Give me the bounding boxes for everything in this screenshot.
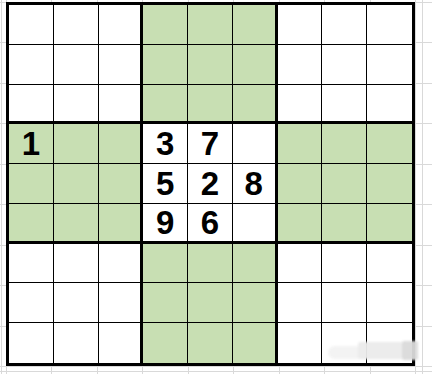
cell-r8c1[interactable] xyxy=(9,283,54,323)
cell-r1c7[interactable] xyxy=(278,5,323,45)
cell-r1c8[interactable] xyxy=(322,5,367,45)
cell-r2c1[interactable] xyxy=(9,45,54,85)
cell-r5c9[interactable] xyxy=(367,164,412,204)
cell-r2c2[interactable] xyxy=(54,45,99,85)
cell-r4c4[interactable]: 3 xyxy=(143,124,188,164)
faint-gridline-h xyxy=(0,366,432,367)
cell-r2c5[interactable] xyxy=(188,45,233,85)
cell-r9c6[interactable] xyxy=(233,323,278,363)
watermark-blob-right xyxy=(402,341,418,360)
cell-r9c1[interactable] xyxy=(9,323,54,363)
cell-r2c9[interactable] xyxy=(367,45,412,85)
cell-r2c6[interactable] xyxy=(233,45,278,85)
sudoku-board: 13752896 xyxy=(6,2,415,366)
cell-r8c5[interactable] xyxy=(188,283,233,323)
cell-r8c3[interactable] xyxy=(99,283,144,323)
cell-r7c1[interactable] xyxy=(9,244,54,284)
cell-r3c7[interactable] xyxy=(278,85,323,125)
cell-r1c1[interactable] xyxy=(9,5,54,45)
faint-gridline-h xyxy=(0,371,432,372)
cell-r7c7[interactable] xyxy=(278,244,323,284)
watermark-smudge xyxy=(328,340,418,362)
cell-r4c5[interactable]: 7 xyxy=(188,124,233,164)
cell-r4c6[interactable] xyxy=(233,124,278,164)
cell-r8c8[interactable] xyxy=(322,283,367,323)
cell-r7c2[interactable] xyxy=(54,244,99,284)
cell-r8c7[interactable] xyxy=(278,283,323,323)
cell-r2c8[interactable] xyxy=(322,45,367,85)
cell-r5c8[interactable] xyxy=(322,164,367,204)
cell-r4c2[interactable] xyxy=(54,124,99,164)
cell-r5c7[interactable] xyxy=(278,164,323,204)
cell-r8c6[interactable] xyxy=(233,283,278,323)
cell-r3c2[interactable] xyxy=(54,85,99,125)
cell-r3c9[interactable] xyxy=(367,85,412,125)
watermark-blob-middle xyxy=(358,342,408,359)
cell-r5c2[interactable] xyxy=(54,164,99,204)
cell-r6c7[interactable] xyxy=(278,204,323,244)
cell-r9c7[interactable] xyxy=(278,323,323,363)
cell-r9c5[interactable] xyxy=(188,323,233,363)
faint-gridline-v xyxy=(422,0,423,374)
cell-r7c9[interactable] xyxy=(367,244,412,284)
cell-r3c3[interactable] xyxy=(99,85,144,125)
cell-r6c9[interactable] xyxy=(367,204,412,244)
cell-r9c2[interactable] xyxy=(54,323,99,363)
cell-r6c6[interactable] xyxy=(233,204,278,244)
faint-gridline-v xyxy=(415,0,416,374)
cell-r8c9[interactable] xyxy=(367,283,412,323)
cell-r7c4[interactable] xyxy=(143,244,188,284)
cell-r9c3[interactable] xyxy=(99,323,144,363)
cell-r7c8[interactable] xyxy=(322,244,367,284)
faint-gridline-v xyxy=(1,0,2,374)
cell-r1c2[interactable] xyxy=(54,5,99,45)
cell-r3c6[interactable] xyxy=(233,85,278,125)
cell-r1c9[interactable] xyxy=(367,5,412,45)
sudoku-screenshot: 13752896 xyxy=(0,0,432,374)
cell-r6c2[interactable] xyxy=(54,204,99,244)
cell-r3c5[interactable] xyxy=(188,85,233,125)
cell-r5c6[interactable]: 8 xyxy=(233,164,278,204)
cell-r7c3[interactable] xyxy=(99,244,144,284)
cell-r6c4[interactable]: 9 xyxy=(143,204,188,244)
cell-r8c4[interactable] xyxy=(143,283,188,323)
cell-r4c8[interactable] xyxy=(322,124,367,164)
cell-r6c5[interactable]: 6 xyxy=(188,204,233,244)
cell-r8c2[interactable] xyxy=(54,283,99,323)
cell-r4c3[interactable] xyxy=(99,124,144,164)
cell-r1c5[interactable] xyxy=(188,5,233,45)
cell-r2c7[interactable] xyxy=(278,45,323,85)
cell-r7c6[interactable] xyxy=(233,244,278,284)
cell-r2c3[interactable] xyxy=(99,45,144,85)
cell-r1c4[interactable] xyxy=(143,5,188,45)
cell-r9c4[interactable] xyxy=(143,323,188,363)
cell-r5c1[interactable] xyxy=(9,164,54,204)
cell-r5c4[interactable]: 5 xyxy=(143,164,188,204)
cell-r6c3[interactable] xyxy=(99,204,144,244)
cell-r1c3[interactable] xyxy=(99,5,144,45)
cell-r5c3[interactable] xyxy=(99,164,144,204)
cell-r4c1[interactable]: 1 xyxy=(9,124,54,164)
cell-r6c1[interactable] xyxy=(9,204,54,244)
cell-r5c5[interactable]: 2 xyxy=(188,164,233,204)
cell-r3c1[interactable] xyxy=(9,85,54,125)
cell-r7c5[interactable] xyxy=(188,244,233,284)
cell-r6c8[interactable] xyxy=(322,204,367,244)
cell-r4c9[interactable] xyxy=(367,124,412,164)
cell-r2c4[interactable] xyxy=(143,45,188,85)
cell-r4c7[interactable] xyxy=(278,124,323,164)
cell-r1c6[interactable] xyxy=(233,5,278,45)
cell-r3c8[interactable] xyxy=(322,85,367,125)
cell-r3c4[interactable] xyxy=(143,85,188,125)
